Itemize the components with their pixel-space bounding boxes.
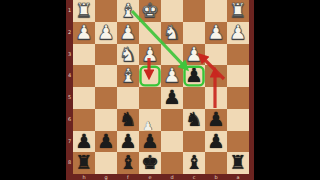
file-label-g: g: [95, 174, 117, 180]
piece-white-pawn: ♟: [183, 44, 205, 66]
square-b4[interactable]: [205, 65, 227, 87]
square-b6[interactable]: ♟: [205, 109, 227, 131]
piece-black-pawn: ♟: [205, 109, 227, 131]
file-label-b: b: [205, 174, 227, 180]
square-h1[interactable]: ♜: [73, 0, 95, 22]
file-label-h: h: [73, 174, 95, 180]
square-a8[interactable]: ♜: [227, 152, 249, 174]
square-f3[interactable]: ♞: [117, 44, 139, 66]
square-b3[interactable]: [205, 44, 227, 66]
piece-white-knight: ♞: [117, 44, 139, 66]
file-label-d: d: [161, 174, 183, 180]
square-e6[interactable]: [139, 109, 161, 131]
piece-white-rook: ♜: [227, 0, 249, 22]
square-d4[interactable]: ♟: [161, 65, 183, 87]
file-label-f: f: [117, 174, 139, 180]
square-a6[interactable]: [227, 109, 249, 131]
piece-black-pawn: ♟: [73, 131, 95, 153]
piece-black-knight: ♞: [117, 109, 139, 131]
piece-black-pawn: ♟: [117, 131, 139, 153]
piece-black-king: ♚: [139, 152, 161, 174]
square-c4[interactable]: ♟: [183, 65, 205, 87]
rank-label-1: 1: [66, 7, 73, 14]
piece-white-pawn: ♟: [227, 22, 249, 44]
square-e8[interactable]: ♚: [139, 152, 161, 174]
square-g8[interactable]: [95, 152, 117, 174]
piece-black-pawn: ♟: [183, 65, 205, 87]
square-c2[interactable]: [183, 22, 205, 44]
square-f1[interactable]: ♝: [117, 0, 139, 22]
square-b1[interactable]: [205, 0, 227, 22]
rank-label-6: 6: [66, 116, 73, 123]
piece-white-pawn: ♟: [95, 22, 117, 44]
square-a1[interactable]: ♜: [227, 0, 249, 22]
rank-label-7: 7: [66, 138, 73, 145]
square-f5[interactable]: [117, 87, 139, 109]
square-h7[interactable]: ♟: [73, 131, 95, 153]
square-b8[interactable]: [205, 152, 227, 174]
piece-black-bishop: ♝: [117, 152, 139, 174]
square-d5[interactable]: ♟: [161, 87, 183, 109]
square-f7[interactable]: ♟: [117, 131, 139, 153]
square-c5[interactable]: [183, 87, 205, 109]
piece-black-pawn: ♟: [95, 131, 117, 153]
square-a2[interactable]: ♟: [227, 22, 249, 44]
square-h5[interactable]: [73, 87, 95, 109]
square-c8[interactable]: ♝: [183, 152, 205, 174]
square-d3[interactable]: [161, 44, 183, 66]
piece-black-bishop: ♝: [183, 152, 205, 174]
square-d6[interactable]: [161, 109, 183, 131]
square-a5[interactable]: [227, 87, 249, 109]
piece-white-pawn: ♟: [161, 65, 183, 87]
piece-white-king: ♚: [139, 0, 161, 22]
square-e4[interactable]: [139, 65, 161, 87]
piece-white-knight: ♞: [161, 22, 183, 44]
square-h4[interactable]: [73, 65, 95, 87]
square-d2[interactable]: ♞: [161, 22, 183, 44]
square-e7[interactable]: ♟: [139, 131, 161, 153]
chess-board: ♜♝♚♜♟♟♟♞♟♟♞♟♟♝♟♟♟♞♞♟♟♟♟♟♟♜♝♚♝♜: [73, 0, 249, 174]
square-h2[interactable]: ♟: [73, 22, 95, 44]
square-d7[interactable]: [161, 131, 183, 153]
square-g7[interactable]: ♟: [95, 131, 117, 153]
square-f4[interactable]: ♝: [117, 65, 139, 87]
rank-label-3: 3: [66, 51, 73, 58]
piece-white-pawn: ♟: [205, 22, 227, 44]
file-label-a: a: [227, 174, 249, 180]
square-f2[interactable]: ♟: [117, 22, 139, 44]
square-e5[interactable]: [139, 87, 161, 109]
square-a4[interactable]: [227, 65, 249, 87]
square-c6[interactable]: ♞: [183, 109, 205, 131]
letterbox-left: [0, 0, 66, 180]
square-a7[interactable]: [227, 131, 249, 153]
square-e1[interactable]: ♚: [139, 0, 161, 22]
square-h3[interactable]: [73, 44, 95, 66]
square-g1[interactable]: [95, 0, 117, 22]
square-c1[interactable]: [183, 0, 205, 22]
piece-white-pawn: ♟: [117, 22, 139, 44]
square-b2[interactable]: ♟: [205, 22, 227, 44]
square-g4[interactable]: [95, 65, 117, 87]
rank-label-4: 4: [66, 72, 73, 79]
square-b7[interactable]: ♟: [205, 131, 227, 153]
piece-white-bishop: ♝: [117, 65, 139, 87]
square-g5[interactable]: [95, 87, 117, 109]
rank-label-8: 8: [66, 159, 73, 166]
piece-black-pawn: ♟: [139, 131, 161, 153]
square-g6[interactable]: [95, 109, 117, 131]
square-c3[interactable]: ♟: [183, 44, 205, 66]
file-label-c: c: [183, 174, 205, 180]
square-f8[interactable]: ♝: [117, 152, 139, 174]
piece-black-pawn: ♟: [205, 131, 227, 153]
rank-label-2: 2: [66, 29, 73, 36]
piece-black-pawn: ♟: [161, 87, 183, 109]
piece-white-pawn: ♟: [73, 22, 95, 44]
letterbox-right: [254, 0, 320, 180]
square-h8[interactable]: ♜: [73, 152, 95, 174]
rank-label-5: 5: [66, 94, 73, 101]
square-d1[interactable]: [161, 0, 183, 22]
square-c7[interactable]: [183, 131, 205, 153]
square-a3[interactable]: [227, 44, 249, 66]
square-e3[interactable]: ♟: [139, 44, 161, 66]
square-f6[interactable]: ♞: [117, 109, 139, 131]
square-d8[interactable]: [161, 152, 183, 174]
square-h6[interactable]: [73, 109, 95, 131]
square-b5[interactable]: [205, 87, 227, 109]
piece-black-knight: ♞: [183, 109, 205, 131]
file-label-e: e: [139, 174, 161, 180]
square-e2[interactable]: [139, 22, 161, 44]
piece-white-bishop: ♝: [117, 0, 139, 22]
piece-white-rook: ♜: [73, 0, 95, 22]
piece-black-rook: ♜: [73, 152, 95, 174]
square-g3[interactable]: [95, 44, 117, 66]
video-frame: ♜♝♚♜♟♟♟♞♟♟♞♟♟♝♟♟♟♞♞♟♟♟♟♟♟♜♝♚♝♜ 12345678h…: [0, 0, 320, 180]
piece-black-rook: ♜: [227, 152, 249, 174]
piece-white-pawn: ♟: [139, 44, 161, 66]
square-g2[interactable]: ♟: [95, 22, 117, 44]
